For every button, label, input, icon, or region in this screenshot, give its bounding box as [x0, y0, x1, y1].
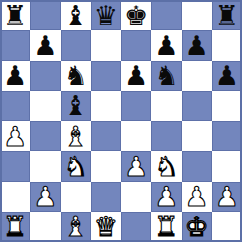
- piece-white-pawn[interactable]: ♟: [124, 153, 148, 180]
- square-f1[interactable]: ♜: [151, 212, 181, 242]
- square-g1[interactable]: ♚: [182, 212, 212, 242]
- chess-board: ♜♝♛♚♜♟♟♟♟♞♟♞♟♝♟♝♞♟♞♟♟♟♟♜♝♛♜♚: [0, 0, 242, 242]
- square-e8[interactable]: ♚: [121, 0, 151, 30]
- square-c4[interactable]: ♝: [61, 121, 91, 151]
- square-g8[interactable]: [182, 0, 212, 30]
- square-b1[interactable]: [30, 212, 60, 242]
- piece-black-queen[interactable]: ♛: [94, 2, 118, 29]
- piece-black-pawn[interactable]: ♟: [215, 62, 239, 89]
- piece-black-rook[interactable]: ♜: [215, 2, 239, 29]
- piece-black-king[interactable]: ♚: [124, 2, 148, 29]
- square-b5[interactable]: [30, 91, 60, 121]
- square-f4[interactable]: [151, 121, 181, 151]
- piece-black-pawn[interactable]: ♟: [33, 32, 57, 59]
- square-d6[interactable]: [91, 61, 121, 91]
- square-f6[interactable]: ♞: [151, 61, 181, 91]
- square-d7[interactable]: [91, 30, 121, 60]
- square-e7[interactable]: [121, 30, 151, 60]
- square-d3[interactable]: [91, 151, 121, 181]
- square-c2[interactable]: [61, 182, 91, 212]
- piece-white-pawn[interactable]: ♟: [215, 183, 239, 210]
- square-d4[interactable]: [91, 121, 121, 151]
- square-g5[interactable]: [182, 91, 212, 121]
- square-e4[interactable]: [121, 121, 151, 151]
- square-c7[interactable]: [61, 30, 91, 60]
- square-a4[interactable]: ♟: [0, 121, 30, 151]
- piece-black-pawn[interactable]: ♟: [3, 62, 27, 89]
- square-g4[interactable]: [182, 121, 212, 151]
- square-g7[interactable]: ♟: [182, 30, 212, 60]
- square-e1[interactable]: [121, 212, 151, 242]
- square-f8[interactable]: [151, 0, 181, 30]
- square-a2[interactable]: [0, 182, 30, 212]
- square-a5[interactable]: [0, 91, 30, 121]
- piece-white-rook[interactable]: ♜: [3, 213, 27, 240]
- piece-black-bishop[interactable]: ♝: [64, 92, 88, 119]
- square-b2[interactable]: ♟: [30, 182, 60, 212]
- square-d1[interactable]: ♛: [91, 212, 121, 242]
- square-b6[interactable]: [30, 61, 60, 91]
- piece-white-queen[interactable]: ♛: [94, 213, 118, 240]
- square-f7[interactable]: ♟: [151, 30, 181, 60]
- piece-black-knight[interactable]: ♞: [64, 62, 88, 89]
- square-d2[interactable]: [91, 182, 121, 212]
- piece-black-bishop[interactable]: ♝: [64, 2, 88, 29]
- square-c5[interactable]: ♝: [61, 91, 91, 121]
- square-g2[interactable]: ♟: [182, 182, 212, 212]
- square-b7[interactable]: ♟: [30, 30, 60, 60]
- piece-white-pawn[interactable]: ♟: [185, 183, 209, 210]
- piece-white-rook[interactable]: ♜: [154, 213, 178, 240]
- piece-black-pawn[interactable]: ♟: [124, 62, 148, 89]
- piece-white-pawn[interactable]: ♟: [154, 183, 178, 210]
- piece-white-bishop[interactable]: ♝: [64, 213, 88, 240]
- square-a1[interactable]: ♜: [0, 212, 30, 242]
- piece-black-pawn[interactable]: ♟: [185, 32, 209, 59]
- piece-black-rook[interactable]: ♜: [3, 2, 27, 29]
- square-h3[interactable]: [212, 151, 242, 181]
- square-b4[interactable]: [30, 121, 60, 151]
- square-g6[interactable]: [182, 61, 212, 91]
- square-f5[interactable]: [151, 91, 181, 121]
- square-e5[interactable]: [121, 91, 151, 121]
- piece-white-knight[interactable]: ♞: [64, 153, 88, 180]
- piece-white-pawn[interactable]: ♟: [33, 183, 57, 210]
- square-h5[interactable]: [212, 91, 242, 121]
- square-b8[interactable]: [30, 0, 60, 30]
- square-d5[interactable]: [91, 91, 121, 121]
- square-h8[interactable]: ♜: [212, 0, 242, 30]
- square-e2[interactable]: [121, 182, 151, 212]
- piece-white-bishop[interactable]: ♝: [64, 123, 88, 150]
- square-a7[interactable]: [0, 30, 30, 60]
- square-e6[interactable]: ♟: [121, 61, 151, 91]
- piece-white-king[interactable]: ♚: [185, 213, 209, 240]
- square-h2[interactable]: ♟: [212, 182, 242, 212]
- piece-white-knight[interactable]: ♞: [154, 153, 178, 180]
- piece-black-pawn[interactable]: ♟: [154, 32, 178, 59]
- square-f2[interactable]: ♟: [151, 182, 181, 212]
- square-a8[interactable]: ♜: [0, 0, 30, 30]
- square-h4[interactable]: [212, 121, 242, 151]
- square-h7[interactable]: [212, 30, 242, 60]
- square-b3[interactable]: [30, 151, 60, 181]
- square-g3[interactable]: [182, 151, 212, 181]
- square-c8[interactable]: ♝: [61, 0, 91, 30]
- piece-white-pawn[interactable]: ♟: [3, 123, 27, 150]
- square-a6[interactable]: ♟: [0, 61, 30, 91]
- square-a3[interactable]: [0, 151, 30, 181]
- square-h1[interactable]: [212, 212, 242, 242]
- square-d8[interactable]: ♛: [91, 0, 121, 30]
- square-h6[interactable]: ♟: [212, 61, 242, 91]
- square-c6[interactable]: ♞: [61, 61, 91, 91]
- square-f3[interactable]: ♞: [151, 151, 181, 181]
- square-e3[interactable]: ♟: [121, 151, 151, 181]
- piece-black-knight[interactable]: ♞: [154, 62, 178, 89]
- square-c3[interactable]: ♞: [61, 151, 91, 181]
- square-c1[interactable]: ♝: [61, 212, 91, 242]
